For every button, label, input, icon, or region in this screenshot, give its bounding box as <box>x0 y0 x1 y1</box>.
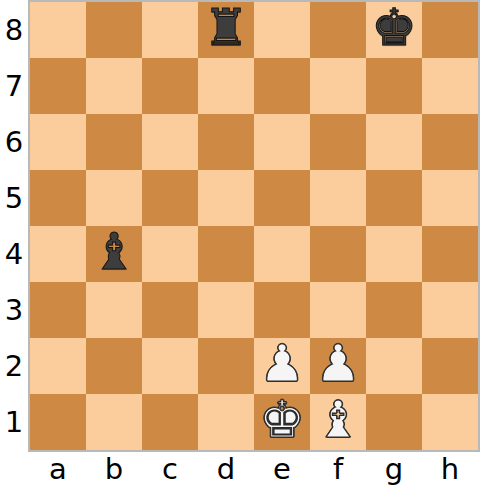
square-h4[interactable] <box>422 226 478 282</box>
square-f3[interactable] <box>310 282 366 338</box>
square-c1[interactable] <box>142 394 198 450</box>
square-f8[interactable] <box>310 2 366 58</box>
square-b3[interactable] <box>86 282 142 338</box>
square-f5[interactable] <box>310 170 366 226</box>
piece-white-pawn[interactable]: ♟ <box>259 338 305 392</box>
rank-label-5: 5 <box>0 170 28 226</box>
file-labels: abcdefgh <box>30 452 478 486</box>
square-a8[interactable] <box>30 2 86 58</box>
square-h5[interactable] <box>422 170 478 226</box>
board: ♜♚♝♟♟♚♝ <box>30 2 478 450</box>
square-e2[interactable]: ♟ <box>254 338 310 394</box>
square-f7[interactable] <box>310 58 366 114</box>
square-d1[interactable] <box>198 394 254 450</box>
file-label-b: b <box>86 452 142 486</box>
file-label-c: c <box>142 452 198 486</box>
square-e8[interactable] <box>254 2 310 58</box>
square-g4[interactable] <box>366 226 422 282</box>
square-b6[interactable] <box>86 114 142 170</box>
chess-diagram: 87654321 ♜♚♝♟♟♚♝ abcdefgh <box>0 0 480 486</box>
square-g2[interactable] <box>366 338 422 394</box>
square-g6[interactable] <box>366 114 422 170</box>
square-d7[interactable] <box>198 58 254 114</box>
piece-white-pawn[interactable]: ♟ <box>315 338 361 392</box>
square-d8[interactable]: ♜ <box>198 2 254 58</box>
square-d5[interactable] <box>198 170 254 226</box>
square-c7[interactable] <box>142 58 198 114</box>
square-a5[interactable] <box>30 170 86 226</box>
square-a1[interactable] <box>30 394 86 450</box>
square-c4[interactable] <box>142 226 198 282</box>
square-c3[interactable] <box>142 282 198 338</box>
square-d6[interactable] <box>198 114 254 170</box>
file-label-e: e <box>254 452 310 486</box>
square-h6[interactable] <box>422 114 478 170</box>
rank-label-2: 2 <box>0 338 28 394</box>
file-label-f: f <box>310 452 366 486</box>
file-label-h: h <box>422 452 478 486</box>
square-d4[interactable] <box>198 226 254 282</box>
square-c5[interactable] <box>142 170 198 226</box>
square-e4[interactable] <box>254 226 310 282</box>
rank-labels: 87654321 <box>0 2 28 450</box>
square-g7[interactable] <box>366 58 422 114</box>
square-d3[interactable] <box>198 282 254 338</box>
square-c6[interactable] <box>142 114 198 170</box>
rank-label-7: 7 <box>0 58 28 114</box>
square-e1[interactable]: ♚ <box>254 394 310 450</box>
piece-white-bishop[interactable]: ♝ <box>315 394 361 448</box>
square-h7[interactable] <box>422 58 478 114</box>
square-b1[interactable] <box>86 394 142 450</box>
rank-label-3: 3 <box>0 282 28 338</box>
file-label-a: a <box>30 452 86 486</box>
square-g3[interactable] <box>366 282 422 338</box>
square-b2[interactable] <box>86 338 142 394</box>
square-f2[interactable]: ♟ <box>310 338 366 394</box>
square-b5[interactable] <box>86 170 142 226</box>
square-h1[interactable] <box>422 394 478 450</box>
square-e3[interactable] <box>254 282 310 338</box>
piece-black-bishop[interactable]: ♝ <box>91 226 137 280</box>
square-h8[interactable] <box>422 2 478 58</box>
square-b4[interactable]: ♝ <box>86 226 142 282</box>
square-h2[interactable] <box>422 338 478 394</box>
square-e5[interactable] <box>254 170 310 226</box>
square-a3[interactable] <box>30 282 86 338</box>
piece-black-king[interactable]: ♚ <box>371 2 417 56</box>
file-label-d: d <box>198 452 254 486</box>
rank-label-1: 1 <box>0 394 28 450</box>
square-f1[interactable]: ♝ <box>310 394 366 450</box>
square-b7[interactable] <box>86 58 142 114</box>
square-g1[interactable] <box>366 394 422 450</box>
square-g8[interactable]: ♚ <box>366 2 422 58</box>
board-frame: ♜♚♝♟♟♚♝ <box>28 0 480 452</box>
square-c2[interactable] <box>142 338 198 394</box>
square-f6[interactable] <box>310 114 366 170</box>
square-g5[interactable] <box>366 170 422 226</box>
square-c8[interactable] <box>142 2 198 58</box>
square-a4[interactable] <box>30 226 86 282</box>
square-a7[interactable] <box>30 58 86 114</box>
rank-label-6: 6 <box>0 114 28 170</box>
piece-black-rook[interactable]: ♜ <box>203 2 249 56</box>
square-e7[interactable] <box>254 58 310 114</box>
piece-white-king[interactable]: ♚ <box>259 394 305 448</box>
square-e6[interactable] <box>254 114 310 170</box>
rank-label-4: 4 <box>0 226 28 282</box>
square-a6[interactable] <box>30 114 86 170</box>
square-b8[interactable] <box>86 2 142 58</box>
square-h3[interactable] <box>422 282 478 338</box>
square-f4[interactable] <box>310 226 366 282</box>
square-a2[interactable] <box>30 338 86 394</box>
file-label-g: g <box>366 452 422 486</box>
square-d2[interactable] <box>198 338 254 394</box>
rank-label-8: 8 <box>0 2 28 58</box>
